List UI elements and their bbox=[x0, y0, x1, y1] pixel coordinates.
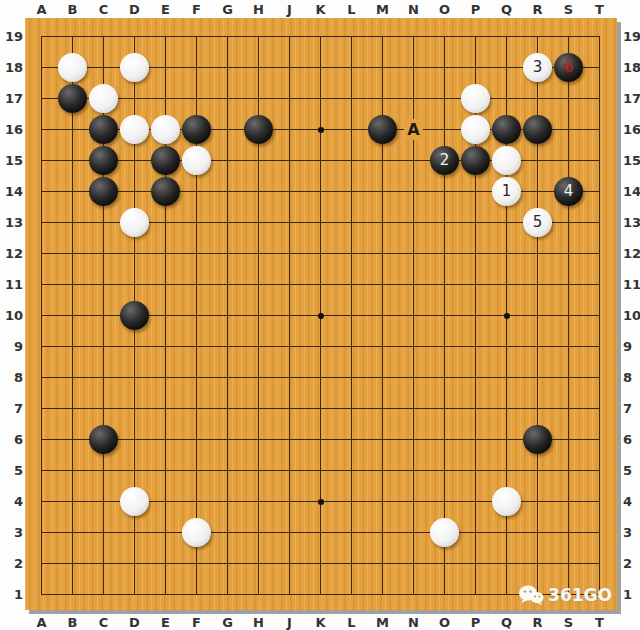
row-label: 4 bbox=[623, 486, 640, 517]
col-label: M bbox=[367, 614, 398, 630]
col-label: H bbox=[243, 1, 274, 17]
stone-black bbox=[89, 177, 118, 206]
col-label: E bbox=[150, 1, 181, 17]
stone-white-move-3: 3 bbox=[523, 53, 552, 82]
stone-white bbox=[182, 146, 211, 175]
star-point bbox=[504, 313, 510, 319]
stone-black bbox=[151, 177, 180, 206]
row-label: 19 bbox=[2, 21, 23, 52]
stone-black bbox=[89, 115, 118, 144]
row-label: 13 bbox=[2, 207, 23, 238]
column-labels-top: ABCDEFGHJKLMNOPQRST bbox=[26, 1, 615, 17]
col-label: L bbox=[336, 614, 367, 630]
col-label: D bbox=[119, 614, 150, 630]
col-label: J bbox=[274, 1, 305, 17]
star-point bbox=[318, 313, 324, 319]
row-label: 11 bbox=[2, 269, 23, 300]
stone-black bbox=[523, 115, 552, 144]
col-label: T bbox=[584, 1, 615, 17]
stone-white bbox=[430, 518, 459, 547]
stone-black bbox=[151, 146, 180, 175]
col-label: N bbox=[398, 1, 429, 17]
col-label: O bbox=[429, 1, 460, 17]
stone-white bbox=[120, 487, 149, 516]
row-label: 10 bbox=[2, 300, 23, 331]
stone-white bbox=[461, 115, 490, 144]
stone-white bbox=[461, 84, 490, 113]
col-label: S bbox=[553, 614, 584, 630]
stone-white bbox=[492, 487, 521, 516]
col-label: T bbox=[584, 614, 615, 630]
col-label: P bbox=[460, 614, 491, 630]
col-label: O bbox=[429, 614, 460, 630]
row-label: 2 bbox=[623, 548, 640, 579]
col-label: B bbox=[57, 1, 88, 17]
stone-white bbox=[120, 208, 149, 237]
row-label: 13 bbox=[623, 207, 640, 238]
row-label: 14 bbox=[623, 176, 640, 207]
col-label: M bbox=[367, 1, 398, 17]
row-label: 18 bbox=[2, 52, 23, 83]
stone-white bbox=[120, 115, 149, 144]
stone-black bbox=[182, 115, 211, 144]
col-label: F bbox=[181, 614, 212, 630]
stone-black-move-6: 6 bbox=[554, 53, 583, 82]
row-label: 12 bbox=[623, 238, 640, 269]
row-label: 17 bbox=[2, 83, 23, 114]
col-label: R bbox=[522, 614, 553, 630]
stone-white bbox=[58, 53, 87, 82]
stone-white-move-5: 5 bbox=[523, 208, 552, 237]
row-label: 16 bbox=[623, 114, 640, 145]
row-label: 6 bbox=[623, 424, 640, 455]
watermark: 361GO bbox=[518, 584, 612, 606]
row-label: 19 bbox=[623, 21, 640, 52]
stone-white bbox=[120, 53, 149, 82]
stone-black bbox=[120, 301, 149, 330]
col-label: F bbox=[181, 1, 212, 17]
col-label: H bbox=[243, 614, 274, 630]
row-label: 8 bbox=[2, 362, 23, 393]
col-label: L bbox=[336, 1, 367, 17]
stone-black bbox=[368, 115, 397, 144]
stone-white-move-1: 1 bbox=[492, 177, 521, 206]
col-label: R bbox=[522, 1, 553, 17]
column-labels-bottom: ABCDEFGHJKLMNOPQRST bbox=[26, 614, 615, 630]
stone-white bbox=[89, 84, 118, 113]
row-label: 9 bbox=[623, 331, 640, 362]
stone-black bbox=[461, 146, 490, 175]
row-label: 8 bbox=[623, 362, 640, 393]
point-label-A: A bbox=[404, 119, 422, 140]
col-label: C bbox=[88, 1, 119, 17]
col-label: K bbox=[305, 614, 336, 630]
row-label: 11 bbox=[623, 269, 640, 300]
row-label: 2 bbox=[2, 548, 23, 579]
stone-black bbox=[58, 84, 87, 113]
row-label: 16 bbox=[2, 114, 23, 145]
go-board: 362145A 361GO bbox=[25, 18, 617, 610]
col-label: J bbox=[274, 614, 305, 630]
stone-black-move-2: 2 bbox=[430, 146, 459, 175]
col-label: E bbox=[150, 614, 181, 630]
col-label: Q bbox=[491, 1, 522, 17]
row-labels-right: 19181716151413121110987654321 bbox=[623, 21, 640, 610]
stone-white bbox=[492, 146, 521, 175]
row-label: 7 bbox=[2, 393, 23, 424]
col-label: D bbox=[119, 1, 150, 17]
wechat-icon bbox=[518, 584, 544, 606]
row-label: 6 bbox=[2, 424, 23, 455]
row-label: 3 bbox=[623, 517, 640, 548]
row-label: 4 bbox=[2, 486, 23, 517]
stone-black bbox=[89, 425, 118, 454]
row-label: 18 bbox=[623, 52, 640, 83]
row-label: 7 bbox=[623, 393, 640, 424]
stone-black bbox=[89, 146, 118, 175]
stone-black-move-4: 4 bbox=[554, 177, 583, 206]
row-labels-left: 19181716151413121110987654321 bbox=[2, 21, 23, 610]
col-label: G bbox=[212, 614, 243, 630]
col-label: P bbox=[460, 1, 491, 17]
star-point bbox=[318, 499, 324, 505]
col-label: C bbox=[88, 614, 119, 630]
row-label: 15 bbox=[623, 145, 640, 176]
row-label: 17 bbox=[623, 83, 640, 114]
stone-black bbox=[523, 425, 552, 454]
stone-white bbox=[182, 518, 211, 547]
row-label: 12 bbox=[2, 238, 23, 269]
stone-white bbox=[151, 115, 180, 144]
row-label: 9 bbox=[2, 331, 23, 362]
row-label: 10 bbox=[623, 300, 640, 331]
col-label: B bbox=[57, 614, 88, 630]
stone-black bbox=[492, 115, 521, 144]
board-cells: 362145A bbox=[26, 21, 615, 610]
row-label: 5 bbox=[2, 455, 23, 486]
stone-black bbox=[244, 115, 273, 144]
col-label: Q bbox=[491, 614, 522, 630]
row-label: 1 bbox=[2, 579, 23, 610]
col-label: A bbox=[26, 1, 57, 17]
col-label: G bbox=[212, 1, 243, 17]
col-label: N bbox=[398, 614, 429, 630]
row-label: 3 bbox=[2, 517, 23, 548]
star-point bbox=[318, 127, 324, 133]
row-label: 15 bbox=[2, 145, 23, 176]
row-label: 5 bbox=[623, 455, 640, 486]
col-label: A bbox=[26, 614, 57, 630]
row-label: 1 bbox=[623, 579, 640, 610]
page: { "game": "go", "board": { "size": 19, "… bbox=[0, 0, 640, 630]
watermark-text: 361GO bbox=[548, 585, 612, 605]
col-label: K bbox=[305, 1, 336, 17]
row-label: 14 bbox=[2, 176, 23, 207]
col-label: S bbox=[553, 1, 584, 17]
